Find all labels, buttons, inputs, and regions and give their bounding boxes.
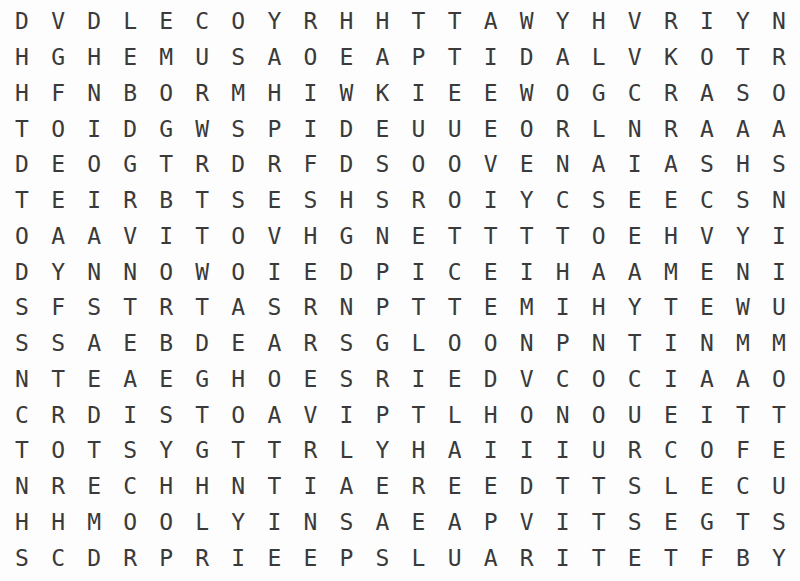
grid-cell[interactable]: S	[112, 433, 148, 469]
grid-cell[interactable]: Y	[545, 4, 581, 40]
grid-cell[interactable]: V	[509, 505, 545, 541]
grid-cell[interactable]: S	[220, 40, 256, 76]
grid-cell[interactable]: G	[328, 219, 364, 255]
grid-cell[interactable]: T	[617, 326, 653, 362]
grid-cell[interactable]: E	[617, 540, 653, 576]
grid-cell[interactable]: I	[148, 219, 184, 255]
grid-cell[interactable]: R	[112, 540, 148, 576]
grid-cell[interactable]: E	[473, 254, 509, 290]
grid-cell[interactable]: T	[148, 147, 184, 183]
grid-cell[interactable]: G	[184, 362, 220, 398]
grid-cell[interactable]: M	[220, 76, 256, 112]
grid-cell[interactable]: U	[437, 540, 473, 576]
grid-cell[interactable]: I	[292, 469, 328, 505]
grid-cell[interactable]: C	[653, 433, 689, 469]
grid-cell[interactable]: E	[220, 326, 256, 362]
grid-cell[interactable]: I	[292, 111, 328, 147]
grid-cell[interactable]: T	[545, 219, 581, 255]
grid-cell[interactable]: E	[473, 469, 509, 505]
grid-cell[interactable]: P	[364, 397, 400, 433]
grid-cell[interactable]: B	[112, 76, 148, 112]
grid-cell[interactable]: T	[761, 397, 797, 433]
grid-cell[interactable]: O	[509, 111, 545, 147]
grid-cell[interactable]: E	[292, 362, 328, 398]
grid-cell[interactable]: I	[292, 76, 328, 112]
grid-cell[interactable]: E	[653, 397, 689, 433]
grid-cell[interactable]: U	[437, 111, 473, 147]
grid-cell[interactable]: T	[184, 219, 220, 255]
grid-cell[interactable]: A	[256, 326, 292, 362]
grid-cell[interactable]: C	[545, 183, 581, 219]
grid-cell[interactable]: A	[725, 362, 761, 398]
grid-cell[interactable]: R	[545, 111, 581, 147]
grid-cell[interactable]: H	[401, 433, 437, 469]
grid-cell[interactable]: L	[401, 326, 437, 362]
grid-cell[interactable]: A	[473, 4, 509, 40]
grid-cell[interactable]: O	[581, 219, 617, 255]
grid-cell[interactable]: S	[725, 183, 761, 219]
grid-cell[interactable]: V	[256, 219, 292, 255]
grid-cell[interactable]: F	[725, 433, 761, 469]
grid-cell[interactable]: N	[292, 505, 328, 541]
grid-cell[interactable]: N	[76, 76, 112, 112]
grid-cell[interactable]: C	[184, 4, 220, 40]
grid-cell[interactable]: T	[545, 469, 581, 505]
grid-cell[interactable]: M	[148, 40, 184, 76]
grid-cell[interactable]: T	[581, 540, 617, 576]
grid-cell[interactable]: S	[725, 76, 761, 112]
grid-cell[interactable]: T	[437, 219, 473, 255]
grid-cell[interactable]: T	[509, 219, 545, 255]
grid-cell[interactable]: W	[184, 111, 220, 147]
grid-cell[interactable]: O	[437, 183, 473, 219]
grid-cell[interactable]: E	[40, 147, 76, 183]
grid-cell[interactable]: I	[653, 326, 689, 362]
grid-cell[interactable]: S	[761, 147, 797, 183]
grid-cell[interactable]: O	[256, 362, 292, 398]
grid-cell[interactable]: N	[725, 254, 761, 290]
grid-cell[interactable]: D	[4, 254, 40, 290]
grid-cell[interactable]: O	[401, 147, 437, 183]
grid-cell[interactable]: S	[581, 183, 617, 219]
grid-cell[interactable]: N	[364, 219, 400, 255]
grid-cell[interactable]: A	[437, 433, 473, 469]
grid-cell[interactable]: I	[473, 183, 509, 219]
grid-cell[interactable]: L	[112, 4, 148, 40]
grid-cell[interactable]: R	[292, 433, 328, 469]
grid-cell[interactable]: G	[689, 505, 725, 541]
grid-cell[interactable]: D	[509, 40, 545, 76]
grid-cell[interactable]: R	[364, 362, 400, 398]
grid-cell[interactable]: C	[4, 397, 40, 433]
grid-cell[interactable]: H	[581, 4, 617, 40]
grid-cell[interactable]: T	[725, 40, 761, 76]
grid-cell[interactable]: H	[4, 76, 40, 112]
grid-cell[interactable]: F	[40, 290, 76, 326]
grid-cell[interactable]: H	[4, 40, 40, 76]
grid-cell[interactable]: I	[545, 505, 581, 541]
grid-cell[interactable]: I	[76, 111, 112, 147]
grid-cell[interactable]: O	[40, 111, 76, 147]
grid-cell[interactable]: O	[761, 76, 797, 112]
grid-cell[interactable]: O	[220, 397, 256, 433]
grid-cell[interactable]: W	[184, 254, 220, 290]
grid-cell[interactable]: R	[184, 147, 220, 183]
grid-cell[interactable]: H	[220, 362, 256, 398]
grid-cell[interactable]: T	[401, 397, 437, 433]
grid-cell[interactable]: E	[437, 76, 473, 112]
grid-cell[interactable]: B	[148, 326, 184, 362]
grid-cell[interactable]: H	[4, 505, 40, 541]
grid-cell[interactable]: O	[148, 505, 184, 541]
grid-cell[interactable]: D	[220, 147, 256, 183]
grid-cell[interactable]: T	[725, 397, 761, 433]
grid-cell[interactable]: P	[364, 290, 400, 326]
grid-cell[interactable]: S	[76, 290, 112, 326]
grid-cell[interactable]: R	[761, 40, 797, 76]
grid-cell[interactable]: I	[401, 76, 437, 112]
grid-cell[interactable]: L	[581, 111, 617, 147]
grid-cell[interactable]: S	[328, 505, 364, 541]
grid-cell[interactable]: R	[184, 76, 220, 112]
grid-cell[interactable]: E	[617, 183, 653, 219]
grid-cell[interactable]: M	[509, 290, 545, 326]
grid-cell[interactable]: G	[40, 40, 76, 76]
grid-cell[interactable]: I	[689, 4, 725, 40]
grid-cell[interactable]: N	[220, 469, 256, 505]
grid-cell[interactable]: I	[401, 362, 437, 398]
grid-cell[interactable]: T	[437, 40, 473, 76]
grid-cell[interactable]: R	[401, 469, 437, 505]
grid-cell[interactable]: I	[761, 254, 797, 290]
grid-cell[interactable]: S	[328, 326, 364, 362]
grid-cell[interactable]: D	[328, 111, 364, 147]
grid-cell[interactable]: H	[473, 397, 509, 433]
grid-cell[interactable]: F	[40, 76, 76, 112]
grid-cell[interactable]: E	[689, 469, 725, 505]
grid-cell[interactable]: A	[617, 254, 653, 290]
grid-cell[interactable]: O	[4, 219, 40, 255]
grid-cell[interactable]: K	[364, 76, 400, 112]
grid-cell[interactable]: I	[761, 219, 797, 255]
grid-cell[interactable]: V	[509, 362, 545, 398]
grid-cell[interactable]: T	[581, 505, 617, 541]
grid-cell[interactable]: A	[364, 40, 400, 76]
grid-cell[interactable]: Y	[725, 219, 761, 255]
grid-cell[interactable]: R	[112, 183, 148, 219]
grid-cell[interactable]: L	[401, 540, 437, 576]
grid-cell[interactable]: S	[4, 290, 40, 326]
grid-cell[interactable]: S	[364, 540, 400, 576]
grid-cell[interactable]: R	[292, 290, 328, 326]
grid-cell[interactable]: E	[148, 4, 184, 40]
grid-cell[interactable]: G	[364, 326, 400, 362]
grid-cell[interactable]: P	[364, 254, 400, 290]
grid-cell[interactable]: I	[220, 540, 256, 576]
grid-cell[interactable]: S	[689, 147, 725, 183]
grid-cell[interactable]: D	[4, 147, 40, 183]
grid-cell[interactable]: I	[473, 433, 509, 469]
grid-cell[interactable]: T	[437, 290, 473, 326]
grid-cell[interactable]: K	[653, 40, 689, 76]
grid-cell[interactable]: N	[509, 326, 545, 362]
grid-cell[interactable]: D	[473, 362, 509, 398]
grid-cell[interactable]: U	[617, 397, 653, 433]
grid-cell[interactable]: T	[112, 290, 148, 326]
grid-cell[interactable]: L	[437, 397, 473, 433]
grid-cell[interactable]: D	[4, 4, 40, 40]
grid-cell[interactable]: T	[653, 540, 689, 576]
grid-cell[interactable]: O	[112, 505, 148, 541]
grid-cell[interactable]: A	[653, 147, 689, 183]
grid-cell[interactable]: A	[76, 326, 112, 362]
grid-cell[interactable]: H	[256, 76, 292, 112]
grid-cell[interactable]: E	[292, 540, 328, 576]
grid-cell[interactable]: V	[40, 4, 76, 40]
grid-cell[interactable]: T	[4, 433, 40, 469]
grid-cell[interactable]: E	[653, 183, 689, 219]
grid-cell[interactable]: S	[40, 326, 76, 362]
grid-cell[interactable]: P	[328, 540, 364, 576]
grid-cell[interactable]: A	[689, 76, 725, 112]
grid-cell[interactable]: H	[40, 505, 76, 541]
grid-cell[interactable]: C	[725, 469, 761, 505]
grid-cell[interactable]: I	[256, 505, 292, 541]
grid-cell[interactable]: N	[689, 326, 725, 362]
grid-cell[interactable]: T	[184, 397, 220, 433]
grid-cell[interactable]: C	[617, 76, 653, 112]
grid-cell[interactable]: I	[112, 397, 148, 433]
grid-cell[interactable]: H	[364, 4, 400, 40]
grid-cell[interactable]: E	[148, 362, 184, 398]
grid-cell[interactable]: U	[184, 40, 220, 76]
grid-cell[interactable]: P	[545, 326, 581, 362]
grid-cell[interactable]: A	[40, 219, 76, 255]
grid-cell[interactable]: S	[364, 147, 400, 183]
grid-cell[interactable]: F	[689, 540, 725, 576]
grid-cell[interactable]: S	[617, 505, 653, 541]
grid-cell[interactable]: S	[328, 362, 364, 398]
grid-cell[interactable]: A	[545, 40, 581, 76]
grid-cell[interactable]: C	[437, 254, 473, 290]
grid-cell[interactable]: O	[148, 76, 184, 112]
grid-cell[interactable]: O	[220, 254, 256, 290]
grid-cell[interactable]: H	[292, 219, 328, 255]
grid-cell[interactable]: Y	[256, 4, 292, 40]
grid-cell[interactable]: L	[184, 505, 220, 541]
grid-cell[interactable]: H	[581, 290, 617, 326]
grid-cell[interactable]: R	[653, 4, 689, 40]
grid-cell[interactable]: V	[617, 4, 653, 40]
grid-cell[interactable]: Y	[364, 433, 400, 469]
grid-cell[interactable]: S	[148, 397, 184, 433]
grid-cell[interactable]: U	[761, 290, 797, 326]
grid-cell[interactable]: T	[401, 4, 437, 40]
grid-cell[interactable]: O	[437, 326, 473, 362]
grid-cell[interactable]: P	[401, 40, 437, 76]
grid-cell[interactable]: S	[761, 505, 797, 541]
grid-cell[interactable]: I	[256, 254, 292, 290]
grid-cell[interactable]: L	[653, 469, 689, 505]
grid-cell[interactable]: P	[256, 111, 292, 147]
grid-cell[interactable]: R	[40, 397, 76, 433]
grid-cell[interactable]: T	[437, 4, 473, 40]
grid-cell[interactable]: T	[184, 183, 220, 219]
grid-cell[interactable]: N	[761, 183, 797, 219]
grid-cell[interactable]: S	[220, 111, 256, 147]
grid-cell[interactable]: E	[364, 469, 400, 505]
grid-cell[interactable]: E	[328, 40, 364, 76]
grid-cell[interactable]: E	[689, 290, 725, 326]
grid-cell[interactable]: G	[148, 111, 184, 147]
grid-cell[interactable]: A	[364, 505, 400, 541]
grid-cell[interactable]: I	[689, 397, 725, 433]
grid-cell[interactable]: N	[112, 254, 148, 290]
grid-cell[interactable]: L	[581, 40, 617, 76]
grid-cell[interactable]: E	[509, 147, 545, 183]
grid-cell[interactable]: N	[76, 254, 112, 290]
grid-cell[interactable]: C	[689, 183, 725, 219]
grid-cell[interactable]: E	[292, 254, 328, 290]
grid-cell[interactable]: I	[328, 397, 364, 433]
grid-cell[interactable]: E	[76, 469, 112, 505]
grid-cell[interactable]: H	[725, 147, 761, 183]
grid-cell[interactable]: T	[184, 290, 220, 326]
grid-cell[interactable]: O	[76, 147, 112, 183]
grid-cell[interactable]: E	[401, 505, 437, 541]
grid-cell[interactable]: O	[761, 362, 797, 398]
grid-cell[interactable]: R	[256, 147, 292, 183]
grid-cell[interactable]: O	[545, 76, 581, 112]
grid-cell[interactable]: A	[689, 111, 725, 147]
grid-cell[interactable]: E	[437, 469, 473, 505]
grid-cell[interactable]: N	[328, 290, 364, 326]
grid-cell[interactable]: O	[437, 147, 473, 183]
grid-cell[interactable]: H	[76, 40, 112, 76]
grid-cell[interactable]: T	[401, 290, 437, 326]
grid-cell[interactable]: T	[4, 183, 40, 219]
grid-cell[interactable]: D	[509, 469, 545, 505]
grid-cell[interactable]: T	[76, 433, 112, 469]
grid-cell[interactable]: A	[256, 397, 292, 433]
grid-cell[interactable]: O	[509, 397, 545, 433]
grid-cell[interactable]: Y	[509, 183, 545, 219]
grid-cell[interactable]: A	[76, 219, 112, 255]
grid-cell[interactable]: A	[581, 147, 617, 183]
grid-cell[interactable]: S	[617, 469, 653, 505]
grid-cell[interactable]: E	[401, 219, 437, 255]
grid-cell[interactable]: I	[76, 183, 112, 219]
grid-cell[interactable]: D	[328, 254, 364, 290]
grid-cell[interactable]: R	[653, 111, 689, 147]
grid-cell[interactable]: O	[689, 40, 725, 76]
grid-cell[interactable]: T	[220, 433, 256, 469]
grid-cell[interactable]: N	[617, 111, 653, 147]
grid-cell[interactable]: W	[328, 76, 364, 112]
grid-cell[interactable]: V	[112, 219, 148, 255]
grid-cell[interactable]: A	[725, 111, 761, 147]
grid-cell[interactable]: U	[581, 433, 617, 469]
grid-cell[interactable]: Y	[40, 254, 76, 290]
grid-cell[interactable]: I	[401, 254, 437, 290]
grid-cell[interactable]: A	[112, 362, 148, 398]
grid-cell[interactable]: I	[617, 147, 653, 183]
grid-cell[interactable]: E	[473, 290, 509, 326]
grid-cell[interactable]: Y	[148, 433, 184, 469]
grid-cell[interactable]: M	[725, 326, 761, 362]
grid-cell[interactable]: R	[292, 4, 328, 40]
grid-cell[interactable]: A	[437, 505, 473, 541]
grid-cell[interactable]: V	[689, 219, 725, 255]
grid-cell[interactable]: I	[473, 40, 509, 76]
grid-cell[interactable]: T	[653, 290, 689, 326]
grid-cell[interactable]: I	[545, 433, 581, 469]
grid-cell[interactable]: Y	[761, 540, 797, 576]
grid-cell[interactable]: O	[581, 362, 617, 398]
grid-cell[interactable]: H	[328, 183, 364, 219]
grid-cell[interactable]: I	[545, 540, 581, 576]
grid-cell[interactable]: T	[581, 469, 617, 505]
grid-cell[interactable]: E	[256, 540, 292, 576]
grid-cell[interactable]: V	[617, 40, 653, 76]
grid-cell[interactable]: D	[76, 540, 112, 576]
grid-cell[interactable]: S	[256, 290, 292, 326]
grid-cell[interactable]: M	[761, 326, 797, 362]
grid-cell[interactable]: O	[473, 326, 509, 362]
grid-cell[interactable]: L	[328, 433, 364, 469]
grid-cell[interactable]: O	[148, 254, 184, 290]
grid-cell[interactable]: R	[617, 433, 653, 469]
grid-cell[interactable]: R	[184, 540, 220, 576]
grid-cell[interactable]: T	[473, 219, 509, 255]
grid-cell[interactable]: C	[617, 362, 653, 398]
grid-cell[interactable]: B	[725, 540, 761, 576]
grid-cell[interactable]: I	[545, 290, 581, 326]
grid-cell[interactable]: N	[545, 397, 581, 433]
grid-cell[interactable]: R	[40, 469, 76, 505]
grid-cell[interactable]: E	[761, 433, 797, 469]
grid-cell[interactable]: T	[725, 505, 761, 541]
grid-cell[interactable]: W	[509, 76, 545, 112]
grid-cell[interactable]: N	[581, 326, 617, 362]
grid-cell[interactable]: H	[328, 4, 364, 40]
grid-cell[interactable]: H	[545, 254, 581, 290]
grid-cell[interactable]: Y	[220, 505, 256, 541]
grid-cell[interactable]: V	[292, 397, 328, 433]
grid-cell[interactable]: E	[256, 183, 292, 219]
grid-cell[interactable]: O	[581, 397, 617, 433]
grid-cell[interactable]: N	[4, 469, 40, 505]
grid-cell[interactable]: U	[761, 469, 797, 505]
grid-cell[interactable]: W	[725, 290, 761, 326]
grid-cell[interactable]: A	[220, 290, 256, 326]
grid-cell[interactable]: T	[4, 111, 40, 147]
grid-cell[interactable]: R	[509, 540, 545, 576]
grid-cell[interactable]: U	[401, 111, 437, 147]
grid-cell[interactable]: D	[184, 326, 220, 362]
grid-cell[interactable]: E	[112, 40, 148, 76]
grid-cell[interactable]: O	[220, 4, 256, 40]
grid-cell[interactable]: G	[184, 433, 220, 469]
grid-cell[interactable]: S	[4, 326, 40, 362]
grid-cell[interactable]: R	[401, 183, 437, 219]
grid-cell[interactable]: S	[220, 183, 256, 219]
grid-cell[interactable]: S	[4, 540, 40, 576]
grid-cell[interactable]: A	[581, 254, 617, 290]
grid-cell[interactable]: I	[509, 254, 545, 290]
grid-cell[interactable]: E	[364, 111, 400, 147]
grid-cell[interactable]: V	[473, 147, 509, 183]
